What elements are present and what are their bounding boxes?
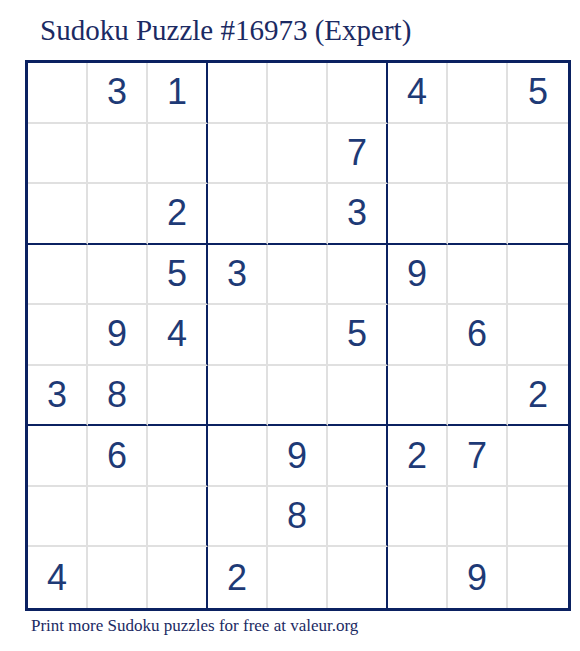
sudoku-cell: 5 <box>508 63 568 124</box>
sudoku-cell: 3 <box>88 63 148 124</box>
sudoku-cell <box>268 547 328 608</box>
sudoku-cell <box>268 124 328 185</box>
sudoku-cell: 8 <box>268 487 328 548</box>
sudoku-cell <box>28 184 88 245</box>
sudoku-cell: 5 <box>328 305 388 366</box>
sudoku-cell <box>448 487 508 548</box>
sudoku-cell <box>508 245 568 306</box>
sudoku-cell <box>448 245 508 306</box>
sudoku-cell: 9 <box>268 426 328 487</box>
sudoku-cell <box>88 124 148 185</box>
sudoku-cell <box>328 547 388 608</box>
sudoku-cell <box>388 305 448 366</box>
sudoku-cell <box>268 245 328 306</box>
sudoku-cell <box>508 426 568 487</box>
sudoku-cell <box>208 366 268 427</box>
sudoku-cell: 2 <box>508 366 568 427</box>
sudoku-cell <box>448 366 508 427</box>
sudoku-cell <box>508 184 568 245</box>
sudoku-cell <box>388 487 448 548</box>
sudoku-cell: 9 <box>388 245 448 306</box>
sudoku-cell: 9 <box>88 305 148 366</box>
sudoku-cell <box>328 63 388 124</box>
sudoku-cell: 7 <box>448 426 508 487</box>
sudoku-cell <box>28 487 88 548</box>
sudoku-cell <box>388 184 448 245</box>
sudoku-cell <box>208 184 268 245</box>
sudoku-cell <box>28 305 88 366</box>
sudoku-cell <box>28 124 88 185</box>
sudoku-cell: 3 <box>208 245 268 306</box>
sudoku-cell <box>88 547 148 608</box>
sudoku-cell <box>268 366 328 427</box>
sudoku-cell <box>508 124 568 185</box>
sudoku-cell <box>388 124 448 185</box>
sudoku-cell <box>448 63 508 124</box>
sudoku-cell: 5 <box>148 245 208 306</box>
sudoku-cell <box>28 63 88 124</box>
sudoku-cell <box>508 487 568 548</box>
sudoku-cell <box>208 426 268 487</box>
sudoku-cell: 2 <box>208 547 268 608</box>
sudoku-cell: 4 <box>28 547 88 608</box>
sudoku-cell: 3 <box>28 366 88 427</box>
sudoku-cell: 2 <box>388 426 448 487</box>
sudoku-cell <box>148 366 208 427</box>
sudoku-cell <box>28 245 88 306</box>
sudoku-cell: 9 <box>448 547 508 608</box>
sudoku-cell <box>328 366 388 427</box>
sudoku-cell: 8 <box>88 366 148 427</box>
sudoku-cell: 2 <box>148 184 208 245</box>
sudoku-cell <box>328 245 388 306</box>
sudoku-cell <box>448 184 508 245</box>
sudoku-cell <box>28 426 88 487</box>
sudoku-cell: 4 <box>148 305 208 366</box>
sudoku-grid: 3145723539945638269278429 <box>25 60 571 611</box>
sudoku-cell <box>388 547 448 608</box>
sudoku-cell: 1 <box>148 63 208 124</box>
printable-sudoku-page: Sudoku Puzzle #16973 (Expert) 3145723539… <box>0 0 580 651</box>
sudoku-cell <box>208 305 268 366</box>
sudoku-cell <box>268 184 328 245</box>
sudoku-cell <box>208 124 268 185</box>
sudoku-cell <box>508 547 568 608</box>
sudoku-cell: 3 <box>328 184 388 245</box>
sudoku-cell <box>148 124 208 185</box>
sudoku-cell <box>148 426 208 487</box>
sudoku-cell: 6 <box>448 305 508 366</box>
sudoku-cell: 7 <box>328 124 388 185</box>
sudoku-cell <box>208 63 268 124</box>
sudoku-cell <box>508 305 568 366</box>
sudoku-cell <box>208 487 268 548</box>
sudoku-cell <box>448 124 508 185</box>
sudoku-cell <box>328 487 388 548</box>
sudoku-cell <box>268 305 328 366</box>
sudoku-cell: 4 <box>388 63 448 124</box>
sudoku-cell <box>148 547 208 608</box>
sudoku-cell <box>88 184 148 245</box>
sudoku-cell <box>268 63 328 124</box>
footer-text: Print more Sudoku puzzles for free at va… <box>31 616 358 636</box>
sudoku-cell <box>148 487 208 548</box>
sudoku-cell: 6 <box>88 426 148 487</box>
puzzle-title: Sudoku Puzzle #16973 (Expert) <box>40 13 411 48</box>
sudoku-cell <box>388 366 448 427</box>
sudoku-cell <box>88 487 148 548</box>
sudoku-cell <box>88 245 148 306</box>
sudoku-cell <box>328 426 388 487</box>
